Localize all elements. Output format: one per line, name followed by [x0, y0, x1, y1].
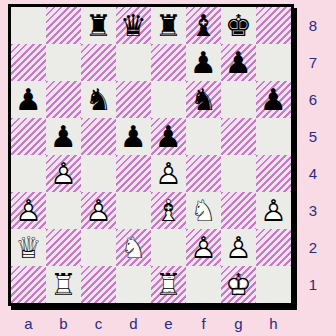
square-a7[interactable]	[11, 44, 46, 81]
black-pawn-glyph: ♟	[256, 81, 291, 118]
square-d2[interactable]: ♞♘	[116, 229, 151, 266]
square-f7[interactable]: ♟	[186, 44, 221, 81]
file-label-g: g	[221, 312, 256, 334]
white-king-outline: ♔	[221, 266, 256, 303]
black-pawn-glyph: ♟	[221, 44, 256, 81]
square-h6[interactable]: ♟	[256, 81, 291, 118]
square-h4[interactable]	[256, 155, 291, 192]
black-rook-glyph: ♜	[151, 7, 186, 44]
square-e2[interactable]	[151, 229, 186, 266]
square-b3[interactable]	[46, 192, 81, 229]
square-a5[interactable]	[11, 118, 46, 155]
square-f8[interactable]: ♝	[186, 7, 221, 44]
square-h7[interactable]	[256, 44, 291, 81]
black-pawn[interactable]: ♟	[151, 118, 186, 155]
black-bishop[interactable]: ♝	[186, 7, 221, 44]
white-knight-outline: ♘	[186, 192, 221, 229]
rank-label-1: 1	[296, 266, 330, 303]
square-a1[interactable]	[11, 266, 46, 303]
white-queen[interactable]: ♛♕	[11, 229, 46, 266]
square-g7[interactable]: ♟	[221, 44, 256, 81]
square-f5[interactable]	[186, 118, 221, 155]
rank-label-4: 4	[296, 155, 330, 192]
black-knight-glyph: ♞	[186, 81, 221, 118]
square-b5[interactable]: ♟	[46, 118, 81, 155]
white-pawn-outline: ♙	[186, 229, 221, 266]
file-label-a: a	[11, 312, 46, 334]
black-rook-glyph: ♜	[81, 7, 116, 44]
square-c1[interactable]	[81, 266, 116, 303]
black-pawn-glyph: ♟	[46, 118, 81, 155]
black-pawn[interactable]: ♟	[116, 118, 151, 155]
file-label-d: d	[116, 312, 151, 334]
rank-label-6: 6	[296, 81, 330, 118]
square-e5[interactable]: ♟	[151, 118, 186, 155]
square-f4[interactable]	[186, 155, 221, 192]
rank-label-8: 8	[296, 7, 330, 44]
square-h3[interactable]: ♟♙	[256, 192, 291, 229]
black-pawn-glyph: ♟	[11, 81, 46, 118]
square-b7[interactable]	[46, 44, 81, 81]
square-a3[interactable]: ♟♙	[11, 192, 46, 229]
square-b8[interactable]	[46, 7, 81, 44]
rank-label-7: 7	[296, 44, 330, 81]
white-rook-outline: ♖	[46, 266, 81, 303]
black-rook[interactable]: ♜	[81, 7, 116, 44]
square-c8[interactable]: ♜	[81, 7, 116, 44]
white-rook[interactable]: ♜♖	[151, 266, 186, 303]
white-pawn[interactable]: ♟♙	[11, 192, 46, 229]
square-e1[interactable]: ♜♖	[151, 266, 186, 303]
square-g6[interactable]	[221, 81, 256, 118]
square-g1[interactable]: ♚♔	[221, 266, 256, 303]
rank-label-5: 5	[296, 118, 330, 155]
white-pawn-outline: ♙	[46, 155, 81, 192]
black-pawn[interactable]: ♟	[186, 44, 221, 81]
square-c7[interactable]	[81, 44, 116, 81]
black-knight[interactable]: ♞	[81, 81, 116, 118]
black-pawn[interactable]: ♟	[221, 44, 256, 81]
black-pawn[interactable]: ♟	[46, 118, 81, 155]
square-e7[interactable]	[151, 44, 186, 81]
square-e8[interactable]: ♜	[151, 7, 186, 44]
square-d3[interactable]	[116, 192, 151, 229]
white-pawn[interactable]: ♟♙	[151, 155, 186, 192]
square-e4[interactable]: ♟♙	[151, 155, 186, 192]
square-h8[interactable]	[256, 7, 291, 44]
square-b1[interactable]: ♜♖	[46, 266, 81, 303]
square-g5[interactable]	[221, 118, 256, 155]
square-b2[interactable]	[46, 229, 81, 266]
file-label-c: c	[81, 312, 116, 334]
black-pawn-glyph: ♟	[151, 118, 186, 155]
square-h2[interactable]	[256, 229, 291, 266]
square-c4[interactable]	[81, 155, 116, 192]
white-knight-outline: ♘	[116, 229, 151, 266]
rank-label-3: 3	[296, 192, 330, 229]
white-bishop-outline: ♗	[151, 192, 186, 229]
black-king-glyph: ♚	[221, 7, 256, 44]
file-label-e: e	[151, 312, 186, 334]
black-knight[interactable]: ♞	[186, 81, 221, 118]
square-f3[interactable]: ♞♘	[186, 192, 221, 229]
file-labels: abcdefgh	[11, 312, 291, 334]
white-pawn-outline: ♙	[81, 192, 116, 229]
white-rook-outline: ♖	[151, 266, 186, 303]
file-label-h: h	[256, 312, 291, 334]
square-d1[interactable]	[116, 266, 151, 303]
black-knight-glyph: ♞	[81, 81, 116, 118]
square-d5[interactable]: ♟	[116, 118, 151, 155]
white-knight[interactable]: ♞♘	[116, 229, 151, 266]
square-e6[interactable]	[151, 81, 186, 118]
square-c6[interactable]: ♞	[81, 81, 116, 118]
file-label-f: f	[186, 312, 221, 334]
white-pawn[interactable]: ♟♙	[221, 229, 256, 266]
square-f6[interactable]: ♞	[186, 81, 221, 118]
white-rook[interactable]: ♜♖	[46, 266, 81, 303]
white-pawn[interactable]: ♟♙	[186, 229, 221, 266]
white-bishop[interactable]: ♝♗	[151, 192, 186, 229]
square-a8[interactable]	[11, 7, 46, 44]
square-g3[interactable]	[221, 192, 256, 229]
rank-label-2: 2	[296, 229, 330, 266]
square-g2[interactable]: ♟♙	[221, 229, 256, 266]
square-d6[interactable]	[116, 81, 151, 118]
black-pawn-glyph: ♟	[186, 44, 221, 81]
square-g4[interactable]	[221, 155, 256, 192]
square-f2[interactable]: ♟♙	[186, 229, 221, 266]
white-king[interactable]: ♚♔	[221, 266, 256, 303]
rank-labels: 87654321	[296, 7, 330, 303]
black-pawn-glyph: ♟	[116, 118, 151, 155]
square-c3[interactable]: ♟♙	[81, 192, 116, 229]
square-g8[interactable]: ♚	[221, 7, 256, 44]
white-queen-outline: ♕	[11, 229, 46, 266]
white-knight[interactable]: ♞♘	[186, 192, 221, 229]
white-pawn[interactable]: ♟♙	[81, 192, 116, 229]
white-pawn-outline: ♙	[11, 192, 46, 229]
square-h5[interactable]	[256, 118, 291, 155]
chess-board: ♜♛♜♝♚♟♟♟♞♞♟♟♟♟♟♙♟♙♟♙♟♙♝♗♞♘♟♙♛♕♞♘♟♙♟♙♜♖♜♖…	[11, 7, 291, 303]
white-pawn-outline: ♙	[256, 192, 291, 229]
black-queen[interactable]: ♛	[116, 7, 151, 44]
file-label-b: b	[46, 312, 81, 334]
white-pawn-outline: ♙	[151, 155, 186, 192]
square-h1[interactable]	[256, 266, 291, 303]
board-frame: ♜♛♜♝♚♟♟♟♞♞♟♟♟♟♟♙♟♙♟♙♟♙♝♗♞♘♟♙♛♕♞♘♟♙♟♙♜♖♜♖…	[8, 4, 294, 306]
black-bishop-glyph: ♝	[186, 7, 221, 44]
square-f1[interactable]	[186, 266, 221, 303]
square-a4[interactable]	[11, 155, 46, 192]
square-a6[interactable]: ♟	[11, 81, 46, 118]
white-pawn[interactable]: ♟♙	[46, 155, 81, 192]
square-c5[interactable]	[81, 118, 116, 155]
square-d8[interactable]: ♛	[116, 7, 151, 44]
square-c2[interactable]	[81, 229, 116, 266]
black-queen-glyph: ♛	[116, 7, 151, 44]
white-pawn-outline: ♙	[221, 229, 256, 266]
black-king[interactable]: ♚	[221, 7, 256, 44]
square-a2[interactable]: ♛♕	[11, 229, 46, 266]
square-e3[interactable]: ♝♗	[151, 192, 186, 229]
black-rook[interactable]: ♜	[151, 7, 186, 44]
black-pawn[interactable]: ♟	[256, 81, 291, 118]
black-pawn[interactable]: ♟	[11, 81, 46, 118]
square-d4[interactable]	[116, 155, 151, 192]
square-d7[interactable]	[116, 44, 151, 81]
square-b4[interactable]: ♟♙	[46, 155, 81, 192]
white-pawn[interactable]: ♟♙	[256, 192, 291, 229]
square-b6[interactable]	[46, 81, 81, 118]
